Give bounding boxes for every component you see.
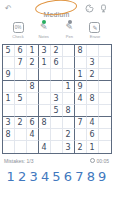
sudoku-cell-r6c2[interactable] xyxy=(15,105,27,117)
sudoku-cell-r2c4[interactable]: 1 xyxy=(39,57,51,69)
sudoku-cell-r6c4[interactable] xyxy=(39,105,51,117)
edit-box-icon: ✎ xyxy=(89,22,100,33)
sudoku-cell-r4c8[interactable] xyxy=(87,81,99,93)
sudoku-cell-r4c5[interactable] xyxy=(51,81,63,93)
numpad-key-6[interactable]: 6 xyxy=(62,168,73,186)
sudoku-cell-r5c5[interactable]: 3 xyxy=(51,93,63,105)
sudoku-cell-r8c2[interactable] xyxy=(15,129,27,141)
sudoku-cell-r1c3[interactable]: 1 xyxy=(27,45,39,57)
header-right-icons xyxy=(85,4,108,13)
sudoku-cell-r2c2[interactable]: 7 xyxy=(15,57,27,69)
sudoku-cell-r9c5[interactable] xyxy=(51,141,63,153)
sudoku-cell-r7c2[interactable]: 2 xyxy=(15,117,27,129)
sudoku-cell-r6c7[interactable] xyxy=(75,105,87,117)
difficulty-wrap: Medium xyxy=(43,3,69,21)
sudoku-cell-r7c4[interactable]: 8 xyxy=(39,117,51,129)
sudoku-cell-r2c5[interactable]: 6 xyxy=(51,57,63,69)
sudoku-cell-r5c3[interactable] xyxy=(27,93,39,105)
sudoku-cell-r8c8[interactable]: 6 xyxy=(87,129,99,141)
sudoku-cell-r5c8[interactable]: 8 xyxy=(87,93,99,105)
sudoku-cell-r3c4[interactable] xyxy=(39,69,51,81)
sudoku-cell-r8c9[interactable] xyxy=(99,129,111,141)
difficulty-label[interactable]: Medium xyxy=(43,11,69,18)
sudoku-cell-r3c9[interactable] xyxy=(99,69,111,81)
sudoku-cell-r6c1[interactable] xyxy=(3,105,15,117)
check-button[interactable]: 0% Check xyxy=(8,21,28,39)
clock-icon xyxy=(90,158,95,163)
check-button-label: Check xyxy=(12,34,23,39)
sudoku-cell-r4c9[interactable] xyxy=(99,81,111,93)
sudoku-cell-r3c7[interactable]: 1 xyxy=(75,69,87,81)
sudoku-cell-r8c5[interactable] xyxy=(51,129,63,141)
sudoku-cell-r6c8[interactable] xyxy=(87,105,99,117)
sudoku-cell-r9c2[interactable] xyxy=(15,141,27,153)
sudoku-cell-r4c6[interactable]: 1 xyxy=(63,81,75,93)
timer: 00:05 xyxy=(90,158,109,164)
sudoku-cell-r5c7[interactable]: 4 xyxy=(75,93,87,105)
sudoku-cell-r2c7[interactable] xyxy=(75,57,87,69)
trophy-icon[interactable] xyxy=(99,4,108,13)
sudoku-cell-r3c2[interactable] xyxy=(15,69,27,81)
sudoku-cell-r5c2[interactable]: 5 xyxy=(15,93,27,105)
notes-button[interactable]: ✎ Notes xyxy=(34,21,54,39)
sudoku-cell-r8c4[interactable] xyxy=(39,129,51,141)
sudoku-cell-r1c5[interactable]: 2 xyxy=(51,45,63,57)
pen-button-label: Pen xyxy=(66,34,73,39)
sudoku-cell-r5c9[interactable] xyxy=(99,93,111,105)
sudoku-cell-r2c6[interactable] xyxy=(63,57,75,69)
sudoku-cell-r7c5[interactable] xyxy=(51,117,63,129)
sudoku-cell-r2c1[interactable] xyxy=(3,57,15,69)
sudoku-cell-r7c3[interactable]: 6 xyxy=(27,117,39,129)
numpad-key-9[interactable]: 9 xyxy=(97,168,108,186)
sudoku-cell-r3c6[interactable] xyxy=(63,69,75,81)
header: ↶ Medium xyxy=(0,0,113,15)
sudoku-cell-r9c8[interactable]: 1 xyxy=(87,141,99,153)
timer-value: 00:05 xyxy=(96,158,109,164)
numpad-key-1[interactable]: 1 xyxy=(5,168,16,186)
notes-button-label: Notes xyxy=(38,34,48,39)
numpad-key-7[interactable]: 7 xyxy=(74,168,85,186)
undo-arrow-icon[interactable]: ↶ xyxy=(5,5,12,13)
sudoku-cell-r9c4[interactable]: 4 xyxy=(39,141,51,153)
sudoku-cell-r8c6[interactable]: 2 xyxy=(63,129,75,141)
sudoku-cell-r4c2[interactable] xyxy=(15,81,27,93)
sudoku-cell-r1c7[interactable]: 8 xyxy=(75,45,87,57)
sudoku-cell-r8c7[interactable] xyxy=(75,129,87,141)
pen-button[interactable]: ✎ Pen xyxy=(59,21,79,39)
sudoku-cell-r1c6[interactable] xyxy=(63,45,75,57)
sudoku-cell-r3c8[interactable]: 2 xyxy=(87,69,99,81)
sudoku-cell-r7c6[interactable] xyxy=(63,117,75,129)
sudoku-cell-r1c8[interactable] xyxy=(87,45,99,57)
sudoku-cell-r8c3[interactable]: 4 xyxy=(27,129,39,141)
erase-button-label: Erase xyxy=(90,34,100,39)
numpad-key-4[interactable]: 4 xyxy=(39,168,50,186)
sudoku-cell-r7c1[interactable]: 3 xyxy=(3,117,15,129)
mistakes-counter: Mistakes: 1/3 xyxy=(4,158,33,164)
sudoku-cell-r3c1[interactable]: 9 xyxy=(3,69,15,81)
sudoku-cell-r5c4[interactable] xyxy=(39,93,51,105)
sudoku-cell-r4c7[interactable]: 9 xyxy=(75,81,87,93)
sudoku-cell-r9c3[interactable] xyxy=(27,141,39,153)
sudoku-cell-r3c3[interactable] xyxy=(27,69,39,81)
sudoku-cell-r1c9[interactable] xyxy=(99,45,111,57)
sudoku-cell-r4c4[interactable] xyxy=(39,81,51,93)
numpad-key-2[interactable]: 2 xyxy=(16,168,27,186)
sudoku-cell-r1c2[interactable]: 6 xyxy=(15,45,27,57)
palette-icon[interactable] xyxy=(85,4,94,13)
sudoku-cell-r9c9[interactable] xyxy=(99,141,111,153)
sudoku-cell-r8c1[interactable]: 8 xyxy=(3,129,15,141)
sudoku-grid: 56132872163912819153485832687484264321 xyxy=(2,44,112,154)
sudoku-cell-r2c9[interactable] xyxy=(99,57,111,69)
sudoku-cell-r6c3[interactable] xyxy=(27,105,39,117)
sudoku-cell-r6c5[interactable]: 5 xyxy=(51,105,63,117)
sudoku-cell-r7c7[interactable]: 7 xyxy=(75,117,87,129)
progress-box-icon: 0% xyxy=(13,22,24,33)
number-pad: 123456789 xyxy=(0,165,113,186)
stats-row: Mistakes: 1/3 00:05 xyxy=(0,154,113,165)
sudoku-cell-r4c3[interactable]: 8 xyxy=(27,81,39,93)
sudoku-cell-r7c9[interactable] xyxy=(99,117,111,129)
sudoku-cell-r7c8[interactable]: 4 xyxy=(87,117,99,129)
sudoku-cell-r2c8[interactable]: 3 xyxy=(87,57,99,69)
sudoku-cell-r1c4[interactable]: 3 xyxy=(39,45,51,57)
sudoku-cell-r6c9[interactable] xyxy=(99,105,111,117)
sudoku-cell-r9c6[interactable]: 3 xyxy=(63,141,75,153)
sudoku-cell-r6c6[interactable]: 8 xyxy=(63,105,75,117)
numpad-key-8[interactable]: 8 xyxy=(85,168,96,186)
sudoku-cell-r5c6[interactable] xyxy=(63,93,75,105)
sudoku-cell-r3c5[interactable] xyxy=(51,69,63,81)
sudoku-cell-r9c1[interactable] xyxy=(3,141,15,153)
sudoku-cell-r2c3[interactable]: 2 xyxy=(27,57,39,69)
numpad-key-5[interactable]: 5 xyxy=(51,168,62,186)
numpad-key-3[interactable]: 3 xyxy=(28,168,39,186)
sudoku-cell-r5c1[interactable]: 1 xyxy=(3,93,15,105)
sudoku-cell-r1c1[interactable]: 5 xyxy=(3,45,15,57)
sudoku-cell-r4c1[interactable] xyxy=(3,81,15,93)
erase-button[interactable]: ✎ Erase xyxy=(85,21,105,39)
sudoku-cell-r9c7[interactable]: 2 xyxy=(75,141,87,153)
